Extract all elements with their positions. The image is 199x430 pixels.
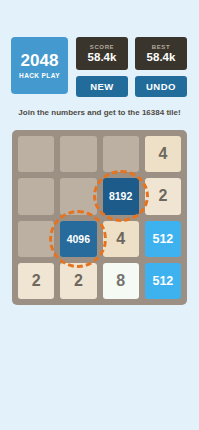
game-board[interactable]: 48192240964512228512 (12, 130, 187, 305)
logo-title: 2048 (21, 52, 59, 70)
score-value: 58.4k (88, 51, 117, 63)
logo-tile: 2048 HACK PLAY (11, 37, 68, 94)
score-box: SCORE 58.4k (76, 37, 128, 70)
logo-subtitle: HACK PLAY (19, 72, 60, 79)
empty-cell (18, 136, 54, 172)
tile-2: 2 (60, 263, 96, 299)
best-value: 58.4k (147, 51, 176, 63)
score-label: SCORE (90, 44, 114, 50)
tile-2: 2 (18, 263, 54, 299)
score-row: SCORE 58.4k BEST 58.4k (76, 37, 187, 70)
header: 2048 HACK PLAY SCORE 58.4k BEST 58.4k NE… (11, 37, 187, 97)
app-2048: 2048 HACK PLAY SCORE 58.4k BEST 58.4k NE… (0, 0, 199, 430)
empty-cell (60, 136, 96, 172)
undo-button[interactable]: UNDO (135, 76, 187, 97)
tile-512: 512 (145, 263, 181, 299)
tile-4: 4 (145, 136, 181, 172)
empty-cell (18, 178, 54, 214)
tile-8: 8 (103, 263, 139, 299)
tile-512: 512 (145, 221, 181, 257)
goal-text: Join the numbers and get to the 16384 ti… (0, 108, 199, 117)
new-game-button[interactable]: NEW (76, 76, 128, 97)
tile-2: 2 (145, 178, 181, 214)
empty-cell (18, 221, 54, 257)
tile-8192: 8192 (103, 178, 139, 214)
tile-4: 4 (103, 221, 139, 257)
empty-cell (103, 136, 139, 172)
empty-cell (60, 178, 96, 214)
best-label: BEST (152, 44, 170, 50)
button-row: NEW UNDO (76, 76, 187, 97)
best-box: BEST 58.4k (135, 37, 187, 70)
header-right: SCORE 58.4k BEST 58.4k NEW UNDO (76, 37, 187, 97)
tile-4096: 4096 (60, 221, 96, 257)
